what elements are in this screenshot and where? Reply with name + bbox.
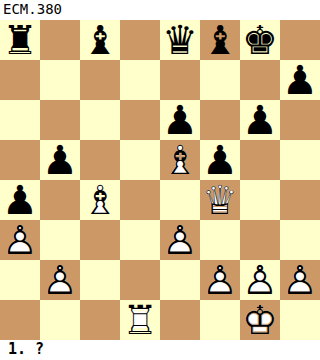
- square-g6[interactable]: ♟: [240, 100, 280, 140]
- square-g7[interactable]: [240, 60, 280, 100]
- black-pawn[interactable]: ♟: [240, 100, 280, 140]
- white-pawn-outline: ♙: [160, 220, 200, 260]
- white-bishop[interactable]: ♝♗: [160, 140, 200, 180]
- square-f7[interactable]: [200, 60, 240, 100]
- square-d1[interactable]: ♜♖: [120, 300, 160, 340]
- square-e4[interactable]: [160, 180, 200, 220]
- square-e6[interactable]: ♟: [160, 100, 200, 140]
- square-e7[interactable]: [160, 60, 200, 100]
- square-c5[interactable]: [80, 140, 120, 180]
- square-d6[interactable]: [120, 100, 160, 140]
- white-queen[interactable]: ♛♕: [200, 180, 240, 220]
- square-f3[interactable]: [200, 220, 240, 260]
- square-h6[interactable]: [280, 100, 320, 140]
- square-a4[interactable]: ♟: [0, 180, 40, 220]
- square-d2[interactable]: [120, 260, 160, 300]
- square-a1[interactable]: [0, 300, 40, 340]
- square-f4[interactable]: ♛♕: [200, 180, 240, 220]
- square-h3[interactable]: [280, 220, 320, 260]
- square-c4[interactable]: ♝♗: [80, 180, 120, 220]
- square-h5[interactable]: [280, 140, 320, 180]
- black-pawn[interactable]: ♟: [40, 140, 80, 180]
- white-pawn[interactable]: ♟♙: [280, 260, 320, 300]
- square-h8[interactable]: [280, 20, 320, 60]
- square-d5[interactable]: [120, 140, 160, 180]
- square-c3[interactable]: [80, 220, 120, 260]
- square-h7[interactable]: ♟: [280, 60, 320, 100]
- white-pawn-outline: ♙: [40, 260, 80, 300]
- white-bishop-outline: ♗: [80, 180, 120, 220]
- square-g5[interactable]: [240, 140, 280, 180]
- chess-program-window: ECM.380 ♜♝♛♝♚♟♟♟♟♝♗♟♟♝♗♛♕♟♙♟♙♟♙♟♙♟♙♟♙♜♖♚…: [0, 0, 320, 360]
- black-bishop[interactable]: ♝: [200, 20, 240, 60]
- square-h1[interactable]: [280, 300, 320, 340]
- white-bishop[interactable]: ♝♗: [80, 180, 120, 220]
- square-e1[interactable]: [160, 300, 200, 340]
- square-f1[interactable]: [200, 300, 240, 340]
- white-rook[interactable]: ♜♖: [120, 300, 160, 340]
- square-b1[interactable]: [40, 300, 80, 340]
- white-pawn[interactable]: ♟♙: [160, 220, 200, 260]
- square-d7[interactable]: [120, 60, 160, 100]
- white-pawn[interactable]: ♟♙: [0, 220, 40, 260]
- square-b5[interactable]: ♟: [40, 140, 80, 180]
- black-pawn[interactable]: ♟: [0, 180, 40, 220]
- square-h4[interactable]: [280, 180, 320, 220]
- white-pawn-outline: ♙: [0, 220, 40, 260]
- square-c7[interactable]: [80, 60, 120, 100]
- white-bishop-outline: ♗: [160, 140, 200, 180]
- square-b8[interactable]: [40, 20, 80, 60]
- square-c8[interactable]: ♝: [80, 20, 120, 60]
- square-b4[interactable]: [40, 180, 80, 220]
- white-pawn[interactable]: ♟♙: [40, 260, 80, 300]
- black-pawn[interactable]: ♟: [200, 140, 240, 180]
- black-pawn[interactable]: ♟: [160, 100, 200, 140]
- square-e5[interactable]: ♝♗: [160, 140, 200, 180]
- white-king-outline: ♔: [240, 300, 280, 340]
- square-b3[interactable]: [40, 220, 80, 260]
- black-bishop[interactable]: ♝: [80, 20, 120, 60]
- square-d8[interactable]: [120, 20, 160, 60]
- square-f8[interactable]: ♝: [200, 20, 240, 60]
- square-f6[interactable]: [200, 100, 240, 140]
- white-pawn-outline: ♙: [200, 260, 240, 300]
- square-h2[interactable]: ♟♙: [280, 260, 320, 300]
- square-a5[interactable]: [0, 140, 40, 180]
- square-f2[interactable]: ♟♙: [200, 260, 240, 300]
- black-king[interactable]: ♚: [240, 20, 280, 60]
- square-g1[interactable]: ♚♔: [240, 300, 280, 340]
- white-queen-outline: ♕: [200, 180, 240, 220]
- white-rook-outline: ♖: [120, 300, 160, 340]
- white-pawn[interactable]: ♟♙: [200, 260, 240, 300]
- white-pawn[interactable]: ♟♙: [240, 260, 280, 300]
- square-a3[interactable]: ♟♙: [0, 220, 40, 260]
- square-e3[interactable]: ♟♙: [160, 220, 200, 260]
- square-g4[interactable]: [240, 180, 280, 220]
- black-pawn[interactable]: ♟: [280, 60, 320, 100]
- square-c2[interactable]: [80, 260, 120, 300]
- black-rook[interactable]: ♜: [0, 20, 40, 60]
- square-a6[interactable]: [0, 100, 40, 140]
- square-d4[interactable]: [120, 180, 160, 220]
- white-king[interactable]: ♚♔: [240, 300, 280, 340]
- move-prompt: 1. ?: [0, 340, 320, 360]
- square-c1[interactable]: [80, 300, 120, 340]
- square-g8[interactable]: ♚: [240, 20, 280, 60]
- square-f5[interactable]: ♟: [200, 140, 240, 180]
- square-g2[interactable]: ♟♙: [240, 260, 280, 300]
- chess-board: ♜♝♛♝♚♟♟♟♟♝♗♟♟♝♗♛♕♟♙♟♙♟♙♟♙♟♙♟♙♜♖♚♔: [0, 20, 320, 340]
- white-pawn-outline: ♙: [280, 260, 320, 300]
- square-e8[interactable]: ♛: [160, 20, 200, 60]
- square-c6[interactable]: [80, 100, 120, 140]
- square-a8[interactable]: ♜: [0, 20, 40, 60]
- square-a2[interactable]: [0, 260, 40, 300]
- square-b6[interactable]: [40, 100, 80, 140]
- white-pawn-outline: ♙: [240, 260, 280, 300]
- square-b7[interactable]: [40, 60, 80, 100]
- square-e2[interactable]: [160, 260, 200, 300]
- square-g3[interactable]: [240, 220, 280, 260]
- black-queen[interactable]: ♛: [160, 20, 200, 60]
- square-a7[interactable]: [0, 60, 40, 100]
- square-d3[interactable]: [120, 220, 160, 260]
- square-b2[interactable]: ♟♙: [40, 260, 80, 300]
